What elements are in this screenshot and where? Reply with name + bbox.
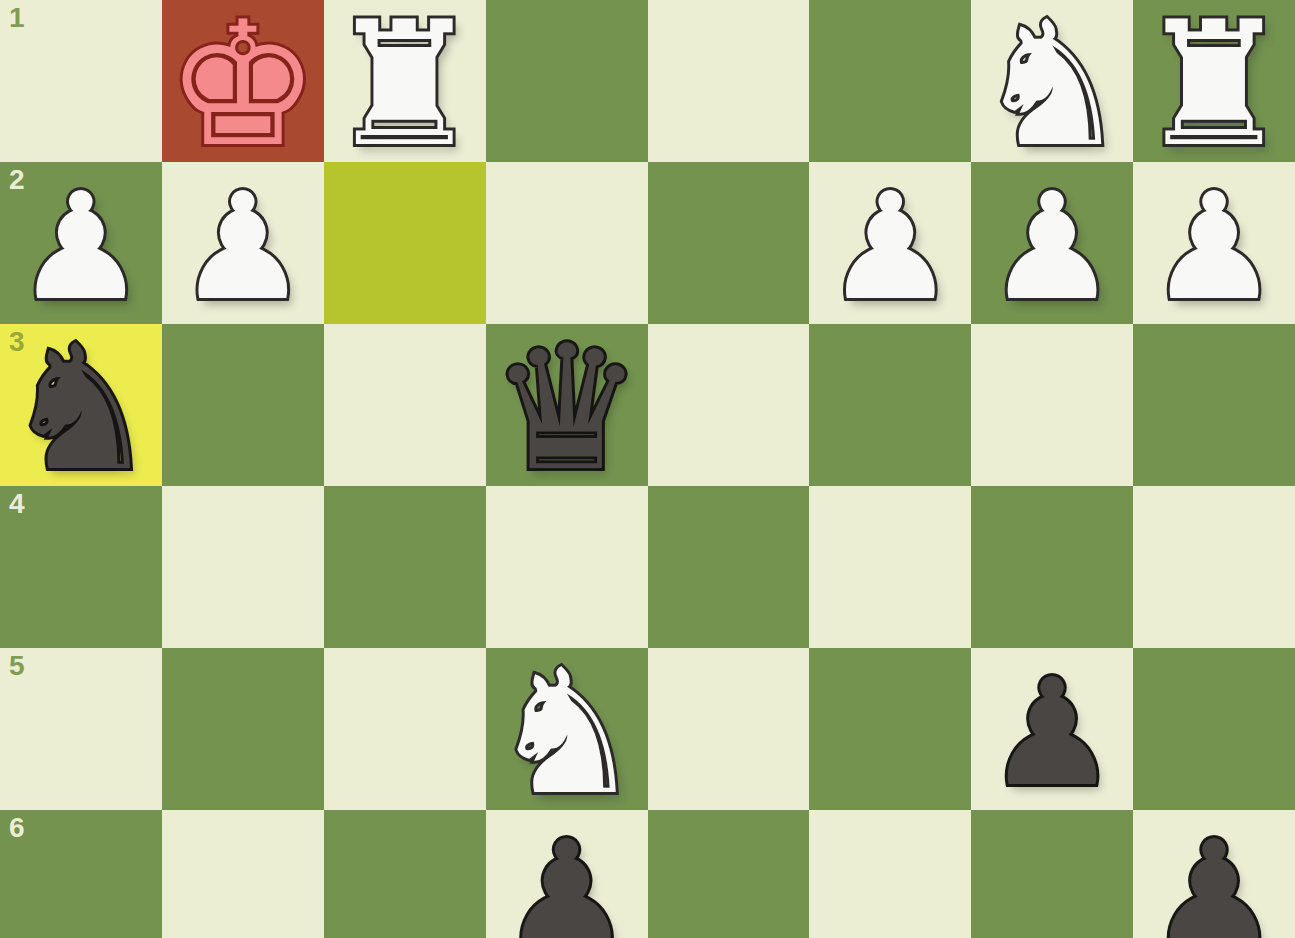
- square-b2[interactable]: ♟: [971, 162, 1133, 324]
- square-e5[interactable]: ♞: [486, 648, 648, 810]
- square-e1[interactable]: [486, 0, 648, 162]
- square-e6[interactable]: ♟: [486, 810, 648, 938]
- square-c3[interactable]: [809, 324, 971, 486]
- white-knight-piece[interactable]: ♞: [975, 0, 1129, 171]
- square-b6[interactable]: [971, 810, 1133, 938]
- square-b3[interactable]: [971, 324, 1133, 486]
- square-c6[interactable]: [809, 810, 971, 938]
- square-d2[interactable]: [648, 162, 810, 324]
- square-b4[interactable]: [971, 486, 1133, 648]
- square-h6[interactable]: 6: [0, 810, 162, 938]
- white-king-piece[interactable]: ♚: [166, 0, 320, 171]
- square-d6[interactable]: [648, 810, 810, 938]
- white-pawn-piece[interactable]: ♟: [986, 173, 1119, 321]
- rank-label-6: 6: [9, 812, 25, 844]
- square-h2[interactable]: 2♟: [0, 162, 162, 324]
- square-f3[interactable]: [324, 324, 486, 486]
- square-f6[interactable]: [324, 810, 486, 938]
- square-g5[interactable]: [162, 648, 324, 810]
- white-knight-piece[interactable]: ♞: [489, 647, 643, 819]
- square-h4[interactable]: 4: [0, 486, 162, 648]
- square-e4[interactable]: [486, 486, 648, 648]
- square-a6[interactable]: ♟: [1133, 810, 1295, 938]
- square-d5[interactable]: [648, 648, 810, 810]
- square-f5[interactable]: [324, 648, 486, 810]
- square-d4[interactable]: [648, 486, 810, 648]
- black-pawn-piece[interactable]: ♟: [986, 659, 1119, 807]
- white-pawn-piece[interactable]: ♟: [176, 173, 309, 321]
- square-c4[interactable]: [809, 486, 971, 648]
- black-knight-piece[interactable]: ♞: [4, 323, 158, 495]
- chess-board: 1♚♜♞♜2♟♟♟♟♟3♞♛45♞♟6♟♟: [0, 0, 1295, 938]
- square-d3[interactable]: [648, 324, 810, 486]
- square-c1[interactable]: [809, 0, 971, 162]
- rank-label-1: 1: [9, 2, 25, 34]
- square-a3[interactable]: [1133, 324, 1295, 486]
- square-h1[interactable]: 1: [0, 0, 162, 162]
- square-g2[interactable]: ♟: [162, 162, 324, 324]
- square-a4[interactable]: [1133, 486, 1295, 648]
- square-f1[interactable]: ♜: [324, 0, 486, 162]
- white-pawn-piece[interactable]: ♟: [15, 173, 148, 321]
- square-a5[interactable]: [1133, 648, 1295, 810]
- white-rook-piece[interactable]: ♜: [1137, 0, 1291, 171]
- square-f2[interactable]: [324, 162, 486, 324]
- rank-label-5: 5: [9, 650, 25, 682]
- white-pawn-piece[interactable]: ♟: [824, 173, 957, 321]
- square-f4[interactable]: [324, 486, 486, 648]
- board-viewport: 1♚♜♞♜2♟♟♟♟♟3♞♛45♞♟6♟♟: [0, 0, 1295, 938]
- square-a1[interactable]: ♜: [1133, 0, 1295, 162]
- square-h3[interactable]: 3♞: [0, 324, 162, 486]
- square-g4[interactable]: [162, 486, 324, 648]
- rank-label-4: 4: [9, 488, 25, 520]
- square-g6[interactable]: [162, 810, 324, 938]
- black-pawn-piece[interactable]: ♟: [1148, 821, 1281, 938]
- square-c2[interactable]: ♟: [809, 162, 971, 324]
- square-g3[interactable]: [162, 324, 324, 486]
- square-e3[interactable]: ♛: [486, 324, 648, 486]
- square-g1[interactable]: ♚: [162, 0, 324, 162]
- square-h5[interactable]: 5: [0, 648, 162, 810]
- square-c5[interactable]: [809, 648, 971, 810]
- white-pawn-piece[interactable]: ♟: [1148, 173, 1281, 321]
- black-queen-piece[interactable]: ♛: [489, 323, 643, 495]
- white-rook-piece[interactable]: ♜: [328, 0, 482, 171]
- square-d1[interactable]: [648, 0, 810, 162]
- square-e2[interactable]: [486, 162, 648, 324]
- square-b1[interactable]: ♞: [971, 0, 1133, 162]
- black-pawn-piece[interactable]: ♟: [500, 821, 633, 938]
- square-b5[interactable]: ♟: [971, 648, 1133, 810]
- square-a2[interactable]: ♟: [1133, 162, 1295, 324]
